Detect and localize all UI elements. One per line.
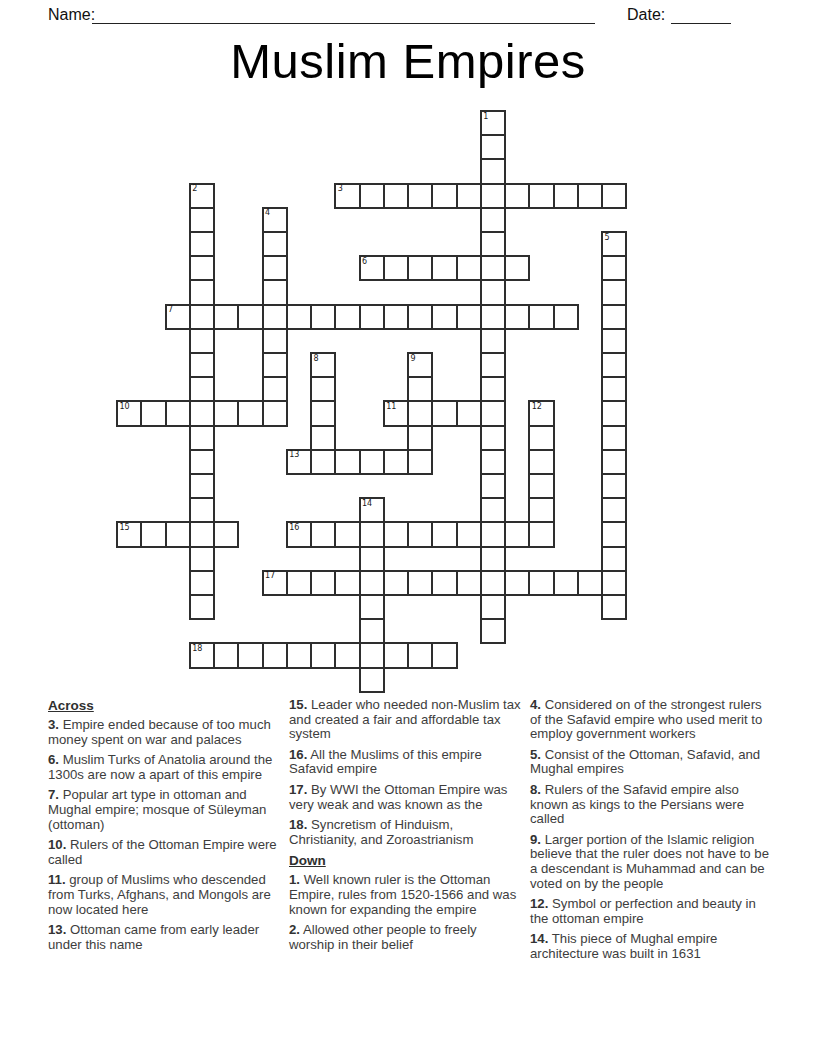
grid-cell[interactable] xyxy=(140,521,166,547)
grid-cell[interactable] xyxy=(334,642,360,668)
grid-cell[interactable] xyxy=(310,400,336,426)
clue-number: 13. xyxy=(48,922,66,937)
grid-cell[interactable] xyxy=(165,521,191,547)
clue-number: 14. xyxy=(530,931,548,946)
grid-cell[interactable] xyxy=(213,400,239,426)
grid-cell[interactable] xyxy=(528,449,554,475)
grid-cell[interactable] xyxy=(383,521,409,547)
clue-column: 15. Leader who needed non-Muslim tax and… xyxy=(289,698,522,968)
grid-cell[interactable] xyxy=(310,376,336,402)
clue-down-1: 1. Well known ruler is the Ottoman Empir… xyxy=(289,873,522,917)
grid-cell[interactable] xyxy=(431,570,457,596)
grid-cell[interactable] xyxy=(553,570,579,596)
clue-down-5: 5. Consist of the Ottoman, Safavid, and … xyxy=(530,748,770,777)
date-input-line[interactable] xyxy=(671,6,731,24)
clue-down-4: 4. Considered on of the strongest rulers… xyxy=(530,698,770,742)
grid-cell[interactable] xyxy=(310,642,336,668)
grid-cell[interactable] xyxy=(189,328,215,354)
grid-cell[interactable] xyxy=(480,279,506,305)
grid-cell[interactable] xyxy=(262,400,288,426)
grid-cell[interactable] xyxy=(407,449,433,475)
grid-cell[interactable] xyxy=(407,400,433,426)
grid-cell[interactable] xyxy=(189,231,215,257)
clue-across-17: 17. By WWI the Ottoman Empire was very w… xyxy=(289,783,522,812)
grid-cell[interactable] xyxy=(165,400,191,426)
grid-cell[interactable] xyxy=(480,570,506,596)
grid-cell[interactable] xyxy=(189,449,215,475)
grid-cell[interactable] xyxy=(189,279,215,305)
grid-cell[interactable] xyxy=(480,521,506,547)
grid-cell[interactable] xyxy=(504,521,530,547)
grid-cell[interactable] xyxy=(407,183,433,209)
grid-cell[interactable] xyxy=(407,642,433,668)
clue-across-13: 13. Ottoman came from early leader under… xyxy=(48,923,281,952)
grid-cell[interactable] xyxy=(601,279,627,305)
grid-cell[interactable] xyxy=(140,400,166,426)
clue-across-7: 7. Popular art type in ottoman and Mugha… xyxy=(48,788,281,832)
grid-cell[interactable] xyxy=(334,304,360,330)
cell-number: 6 xyxy=(362,258,367,266)
clue-across-16: 16. All the Muslims of this empire Safav… xyxy=(289,748,522,777)
grid-cell[interactable] xyxy=(189,521,215,547)
cell-number: 18 xyxy=(192,645,202,653)
grid-cell[interactable] xyxy=(553,183,579,209)
grid-cell[interactable] xyxy=(456,570,482,596)
clue-number: 18. xyxy=(289,817,307,832)
grid-cell[interactable] xyxy=(383,183,409,209)
grid-cell[interactable] xyxy=(189,376,215,402)
grid-cell[interactable] xyxy=(431,255,457,281)
grid-cell[interactable] xyxy=(480,207,506,233)
grid-cell[interactable] xyxy=(504,304,530,330)
clue-number: 7. xyxy=(48,787,59,802)
grid-cell[interactable] xyxy=(601,473,627,499)
grid-cell[interactable] xyxy=(431,521,457,547)
grid-cell[interactable] xyxy=(407,304,433,330)
clue-number: 1. xyxy=(289,872,300,887)
clue-number: 15. xyxy=(289,697,307,712)
grid-cell[interactable] xyxy=(359,594,385,620)
grid-cell[interactable] xyxy=(189,400,215,426)
cell-number: 8 xyxy=(314,355,319,363)
grid-cell[interactable] xyxy=(431,183,457,209)
clues-columns: Across3. Empire ended because of too muc… xyxy=(48,698,770,968)
cell-number: 13 xyxy=(289,451,299,459)
grid-cell[interactable] xyxy=(504,255,530,281)
cell-number: 5 xyxy=(605,234,610,242)
grid-cell[interactable] xyxy=(407,376,433,402)
grid-cell[interactable] xyxy=(359,667,385,693)
clue-across-3: 3. Empire ended because of too much mone… xyxy=(48,718,281,747)
grid-cell[interactable] xyxy=(528,425,554,451)
grid-cell[interactable] xyxy=(601,546,627,572)
grid-cell[interactable] xyxy=(601,328,627,354)
clue-number: 4. xyxy=(530,697,541,712)
grid-cell[interactable] xyxy=(310,425,336,451)
grid-cell[interactable] xyxy=(480,449,506,475)
grid-cell[interactable] xyxy=(407,255,433,281)
grid-cell[interactable] xyxy=(213,521,239,547)
grid-cell[interactable] xyxy=(528,183,554,209)
grid-cell[interactable] xyxy=(601,376,627,402)
cell-number: 2 xyxy=(192,185,197,193)
clue-across-18: 18. Syncretism of Hinduism, Christianity… xyxy=(289,818,522,847)
grid-cell[interactable] xyxy=(601,449,627,475)
grid-cell[interactable] xyxy=(601,255,627,281)
cell-number: 17 xyxy=(265,572,275,580)
grid-cell[interactable] xyxy=(213,304,239,330)
grid-cell[interactable] xyxy=(528,521,554,547)
clue-across-6: 6. Muslim Turks of Anatolia around the 1… xyxy=(48,753,281,782)
grid-cell[interactable] xyxy=(189,304,215,330)
grid-cell[interactable] xyxy=(359,570,385,596)
grid-cell[interactable] xyxy=(359,521,385,547)
grid-cell[interactable] xyxy=(480,328,506,354)
grid-cell[interactable] xyxy=(480,497,506,523)
date-label: Date: xyxy=(627,6,665,24)
grid-cell[interactable] xyxy=(359,304,385,330)
worksheet-page: Name: Date: Muslim Empires 1234567891011… xyxy=(0,0,816,1056)
grid-cell[interactable] xyxy=(456,255,482,281)
grid-cell[interactable] xyxy=(189,570,215,596)
grid-cell[interactable] xyxy=(189,207,215,233)
cell-number: 10 xyxy=(120,403,130,411)
clue-number: 9. xyxy=(530,832,541,847)
grid-cell[interactable] xyxy=(334,449,360,475)
grid-cell[interactable] xyxy=(237,642,263,668)
clue-down-14: 14. This piece of Mughal empire architec… xyxy=(530,932,770,961)
grid-cell[interactable] xyxy=(601,570,627,596)
clue-column: Across3. Empire ended because of too muc… xyxy=(48,698,281,968)
cell-number: 9 xyxy=(411,355,416,363)
grid-cell[interactable] xyxy=(286,304,312,330)
grid-cell[interactable] xyxy=(577,570,603,596)
grid-cell[interactable] xyxy=(480,183,506,209)
cell-number: 7 xyxy=(168,306,173,314)
grid-cell[interactable] xyxy=(601,497,627,523)
clue-number: 12. xyxy=(530,896,548,911)
grid-cell[interactable] xyxy=(407,425,433,451)
grid-cell[interactable] xyxy=(359,546,385,572)
clue-number: 6. xyxy=(48,752,59,767)
grid-cell[interactable] xyxy=(480,134,506,160)
grid-cell[interactable] xyxy=(480,546,506,572)
grid-cell[interactable] xyxy=(237,400,263,426)
name-input-line[interactable] xyxy=(92,6,595,24)
grid-cell[interactable] xyxy=(189,255,215,281)
cell-number: 3 xyxy=(338,185,343,193)
grid-cell[interactable] xyxy=(310,521,336,547)
grid-cell[interactable] xyxy=(480,425,506,451)
clue-across-10: 10. Rulers of the Ottoman Empire were ca… xyxy=(48,838,281,867)
grid-cell[interactable] xyxy=(528,473,554,499)
grid-cell[interactable] xyxy=(383,642,409,668)
grid-cell[interactable] xyxy=(601,594,627,620)
clue-number: 2. xyxy=(289,922,300,937)
across-heading: Across xyxy=(48,698,281,713)
grid-cell[interactable] xyxy=(262,328,288,354)
grid-cell[interactable] xyxy=(262,642,288,668)
grid-cell[interactable] xyxy=(213,642,239,668)
grid-cell[interactable] xyxy=(456,521,482,547)
clue-number: 3. xyxy=(48,717,59,732)
clue-number: 8. xyxy=(530,782,541,797)
grid-cell[interactable] xyxy=(310,449,336,475)
grid-cell[interactable] xyxy=(601,304,627,330)
grid-cell[interactable] xyxy=(310,304,336,330)
clue-column: 4. Considered on of the strongest rulers… xyxy=(530,698,770,968)
grid-cell[interactable] xyxy=(286,642,312,668)
clue-across-11: 11. group of Muslims who descended from … xyxy=(48,873,281,917)
grid-cell[interactable] xyxy=(383,570,409,596)
grid-cell[interactable] xyxy=(310,570,336,596)
grid-cell[interactable] xyxy=(189,352,215,378)
grid-cell[interactable] xyxy=(431,400,457,426)
grid-cell[interactable] xyxy=(480,376,506,402)
grid-cell[interactable] xyxy=(431,642,457,668)
grid-cell[interactable] xyxy=(456,400,482,426)
grid-cell[interactable] xyxy=(286,570,312,596)
grid-cell[interactable] xyxy=(601,183,627,209)
cell-number: 12 xyxy=(532,403,542,411)
grid-cell[interactable] xyxy=(504,183,530,209)
grid-cell[interactable] xyxy=(480,304,506,330)
grid-cell[interactable] xyxy=(528,570,554,596)
grid-cell[interactable] xyxy=(383,255,409,281)
cell-number: 4 xyxy=(265,209,270,217)
grid-cell[interactable] xyxy=(407,570,433,596)
clue-number: 17. xyxy=(289,782,307,797)
grid-cell[interactable] xyxy=(262,376,288,402)
grid-cell[interactable] xyxy=(359,642,385,668)
grid-cell[interactable] xyxy=(504,570,530,596)
grid-cell[interactable] xyxy=(262,255,288,281)
grid-cell[interactable] xyxy=(528,304,554,330)
cell-number: 11 xyxy=(386,403,396,411)
crossword-grid: 123456789101112131415161718 xyxy=(116,110,628,694)
grid-cell[interactable] xyxy=(553,304,579,330)
grid-cell[interactable] xyxy=(189,473,215,499)
grid-cell[interactable] xyxy=(480,473,506,499)
grid-cell[interactable] xyxy=(383,304,409,330)
grid-cell[interactable] xyxy=(480,158,506,184)
grid-cell[interactable] xyxy=(431,304,457,330)
grid-cell[interactable] xyxy=(480,231,506,257)
grid-cell[interactable] xyxy=(237,304,263,330)
grid-cell[interactable] xyxy=(456,304,482,330)
clue-down-2: 2. Allowed other people to freely worshi… xyxy=(289,923,522,952)
grid-cell[interactable] xyxy=(334,521,360,547)
grid-cell[interactable] xyxy=(480,594,506,620)
grid-cell[interactable] xyxy=(262,352,288,378)
grid-cell[interactable] xyxy=(601,400,627,426)
grid-cell[interactable] xyxy=(189,594,215,620)
clue-number: 11. xyxy=(48,872,66,887)
grid-cell[interactable] xyxy=(601,352,627,378)
cell-number: 14 xyxy=(362,500,372,508)
grid-cell[interactable] xyxy=(262,279,288,305)
down-heading: Down xyxy=(289,853,522,868)
clue-across-15: 15. Leader who needed non-Muslim tax and… xyxy=(289,698,522,742)
grid-cell[interactable] xyxy=(359,618,385,644)
clue-down-9: 9. Larger portion of the Islamic religio… xyxy=(530,833,770,891)
clue-down-8: 8. Rulers of the Safavid empire also kno… xyxy=(530,783,770,827)
cell-number: 15 xyxy=(120,524,130,532)
cell-number: 16 xyxy=(289,524,299,532)
grid-cell[interactable] xyxy=(262,304,288,330)
grid-cell[interactable] xyxy=(407,521,433,547)
cell-number: 1 xyxy=(483,113,488,121)
grid-cell[interactable] xyxy=(480,255,506,281)
grid-cell[interactable] xyxy=(577,183,603,209)
clue-number: 16. xyxy=(289,747,307,762)
grid-cell[interactable] xyxy=(262,231,288,257)
clue-number: 10. xyxy=(48,837,66,852)
grid-cell[interactable] xyxy=(480,400,506,426)
grid-cell[interactable] xyxy=(334,570,360,596)
clue-down-12: 12. Symbol or perfection and beauty in t… xyxy=(530,897,770,926)
grid-cell[interactable] xyxy=(359,183,385,209)
grid-cell[interactable] xyxy=(189,425,215,451)
grid-cell[interactable] xyxy=(480,618,506,644)
grid-cell[interactable] xyxy=(189,546,215,572)
grid-cell[interactable] xyxy=(383,449,409,475)
name-label: Name: xyxy=(48,6,95,24)
page-title: Muslim Empires xyxy=(0,33,816,89)
grid-cell[interactable] xyxy=(601,425,627,451)
clue-number: 5. xyxy=(530,747,541,762)
grid-cell[interactable] xyxy=(189,497,215,523)
grid-cell[interactable] xyxy=(456,183,482,209)
grid-cell[interactable] xyxy=(359,449,385,475)
grid-cell[interactable] xyxy=(528,497,554,523)
grid-cell[interactable] xyxy=(601,521,627,547)
grid-cell[interactable] xyxy=(480,352,506,378)
